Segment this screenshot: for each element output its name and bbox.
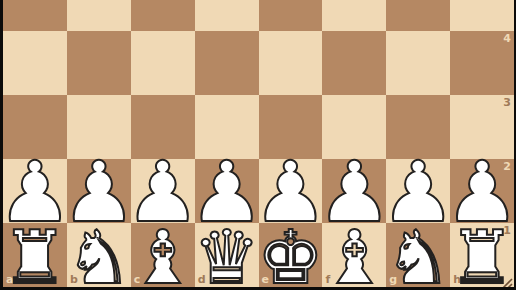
square-e1[interactable]: e♚ <box>259 223 323 287</box>
square-e5[interactable] <box>259 0 323 31</box>
board-resize-handle[interactable] <box>501 274 513 286</box>
square-g1[interactable]: g♞ <box>386 223 450 287</box>
square-b4[interactable] <box>67 31 131 95</box>
square-h4[interactable]: 4 <box>450 31 514 95</box>
white-bishop[interactable]: ♝ <box>322 225 386 287</box>
square-f1[interactable]: f♝ <box>322 223 386 287</box>
rank-label-3: 3 <box>503 97 511 108</box>
square-a1[interactable]: a♜ <box>3 223 67 287</box>
white-queen[interactable]: ♛ <box>195 225 259 287</box>
rank-label-4: 4 <box>503 33 511 44</box>
square-d4[interactable] <box>195 31 259 95</box>
square-e4[interactable] <box>259 31 323 95</box>
resize-grip-icon <box>501 277 513 287</box>
chess-board: 543♟♟♟♟♟♟♟2♟a♜b♞c♝d♛e♚f♝g♞1h♜ <box>3 0 514 287</box>
square-f5[interactable] <box>322 0 386 31</box>
square-h5[interactable]: 5 <box>450 0 514 31</box>
white-rook[interactable]: ♜ <box>3 225 67 287</box>
square-g4[interactable] <box>386 31 450 95</box>
square-d1[interactable]: d♛ <box>195 223 259 287</box>
white-bishop[interactable]: ♝ <box>131 225 195 287</box>
square-d5[interactable] <box>195 0 259 31</box>
board-frame: 543♟♟♟♟♟♟♟2♟a♜b♞c♝d♛e♚f♝g♞1h♜ <box>3 0 514 287</box>
square-c4[interactable] <box>131 31 195 95</box>
square-c1[interactable]: c♝ <box>131 223 195 287</box>
square-g5[interactable] <box>386 0 450 31</box>
white-king[interactable]: ♚ <box>259 225 323 287</box>
square-a4[interactable] <box>3 31 67 95</box>
white-knight[interactable]: ♞ <box>67 225 131 287</box>
chess-app-canvas: 543♟♟♟♟♟♟♟2♟a♜b♞c♝d♛e♚f♝g♞1h♜ <box>0 0 516 290</box>
square-b1[interactable]: b♞ <box>67 223 131 287</box>
square-f4[interactable] <box>322 31 386 95</box>
square-c5[interactable] <box>131 0 195 31</box>
square-b5[interactable] <box>67 0 131 31</box>
white-knight[interactable]: ♞ <box>386 225 450 287</box>
square-a5[interactable] <box>3 0 67 31</box>
